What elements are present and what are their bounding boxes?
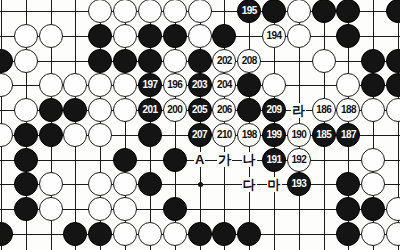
white-stone: [0, 123, 13, 147]
black-stone: [88, 24, 112, 48]
point-label-la: 라: [291, 103, 306, 118]
black-stone: [336, 197, 360, 221]
white-stone: [262, 73, 286, 97]
white-stone: [39, 24, 63, 48]
white-stone-198: 198: [237, 123, 261, 147]
black-stone-191: 191: [262, 148, 286, 172]
white-stone-190: 190: [287, 123, 311, 147]
black-stone: [361, 73, 385, 97]
black-stone: [237, 73, 261, 97]
black-stone: [14, 123, 38, 147]
white-stone: [113, 98, 137, 122]
white-stone: [188, 24, 212, 48]
white-stone-206: 206: [212, 98, 236, 122]
black-stone: [88, 49, 112, 73]
point-label-da: 다: [242, 177, 257, 192]
white-stone-210: 210: [212, 123, 236, 147]
white-stone-200: 200: [163, 98, 187, 122]
white-stone: [63, 123, 87, 147]
white-stone: [336, 73, 360, 97]
white-stone: [88, 73, 112, 97]
black-stone: [163, 24, 187, 48]
white-stone: [39, 197, 63, 221]
black-stone: [163, 148, 187, 172]
white-stone: [163, 222, 187, 246]
white-stone: [361, 172, 385, 196]
black-stone: [14, 148, 38, 172]
white-stone: [113, 222, 137, 246]
white-stone: [361, 222, 385, 246]
point-label-ga: 가: [217, 152, 232, 167]
black-stone: [138, 24, 162, 48]
black-stone-193: 193: [287, 172, 311, 196]
black-stone: [188, 49, 212, 73]
black-stone: [336, 172, 360, 196]
black-stone: [336, 0, 360, 23]
white-stone: [14, 98, 38, 122]
black-stone: [113, 49, 137, 73]
white-stone: [88, 197, 112, 221]
black-stone: [312, 0, 336, 23]
white-stone: [386, 197, 400, 221]
white-stone: [312, 49, 336, 73]
white-stone-188: 188: [336, 98, 360, 122]
black-stone: [63, 98, 87, 122]
black-stone: [336, 24, 360, 48]
white-stone: [0, 73, 13, 97]
white-stone: [361, 148, 385, 172]
black-stone: [386, 49, 400, 73]
black-stone: [14, 197, 38, 221]
black-stone: [39, 98, 63, 122]
white-stone: [88, 0, 112, 23]
white-stone: [88, 123, 112, 147]
black-stone: [14, 172, 38, 196]
white-stone: [113, 197, 137, 221]
white-stone: [14, 49, 38, 73]
white-stone: [39, 172, 63, 196]
white-stone-204: 204: [212, 73, 236, 97]
white-stone: [88, 172, 112, 196]
black-stone-185: 185: [312, 123, 336, 147]
white-stone: [138, 222, 162, 246]
black-stone: [386, 0, 400, 23]
white-stone: [63, 73, 87, 97]
white-stone: [14, 24, 38, 48]
white-stone-208: 208: [237, 49, 261, 73]
white-stone: [138, 0, 162, 23]
white-stone: [113, 73, 137, 97]
white-stone: [287, 0, 311, 23]
black-stone-199: 199: [262, 123, 286, 147]
black-stone-209: 209: [262, 98, 286, 122]
white-stone-186: 186: [312, 98, 336, 122]
white-stone: [386, 98, 400, 122]
white-stone: [113, 172, 137, 196]
black-stone: [188, 222, 212, 246]
black-stone-197: 197: [138, 73, 162, 97]
black-stone: [63, 222, 87, 246]
black-stone-195: 195: [237, 0, 261, 23]
black-stone: [361, 197, 385, 221]
black-stone: [212, 222, 236, 246]
white-stone: [188, 0, 212, 23]
black-stone: [39, 123, 63, 147]
black-stone: [88, 222, 112, 246]
black-stone: [336, 222, 360, 246]
black-stone-201: 201: [138, 98, 162, 122]
black-stone: [138, 172, 162, 196]
white-stone: [39, 73, 63, 97]
black-stone: [113, 148, 137, 172]
black-stone: [0, 222, 13, 246]
black-stone: [0, 49, 13, 73]
white-stone: [113, 24, 137, 48]
white-stone-192: 192: [287, 148, 311, 172]
black-stone-205: 205: [188, 98, 212, 122]
black-stone: [163, 197, 187, 221]
black-stone-187: 187: [336, 123, 360, 147]
black-stone: [386, 73, 400, 97]
black-stone: [237, 222, 261, 246]
black-stone: [212, 24, 236, 48]
white-stone: [287, 24, 311, 48]
white-stone: [386, 222, 400, 246]
point-label-ma: 마: [267, 177, 282, 192]
black-stone: [138, 123, 162, 147]
go-diagram: 195194202208197196203204201200205206209라…: [0, 0, 400, 250]
black-stone: [138, 49, 162, 73]
white-stone: [163, 0, 187, 23]
white-stone: [361, 98, 385, 122]
white-stone-202: 202: [212, 49, 236, 73]
black-stone: [237, 98, 261, 122]
black-stone-203: 203: [188, 73, 212, 97]
black-stone: [361, 49, 385, 73]
white-stone-196: 196: [163, 73, 187, 97]
point-label-A: A: [194, 152, 205, 167]
white-stone-194: 194: [262, 24, 286, 48]
star-point: [198, 182, 203, 187]
white-stone: [88, 98, 112, 122]
white-stone: [113, 0, 137, 23]
point-label-na: 나: [242, 152, 257, 167]
black-stone: [262, 0, 286, 23]
white-stone: [163, 49, 187, 73]
black-stone-207: 207: [188, 123, 212, 147]
